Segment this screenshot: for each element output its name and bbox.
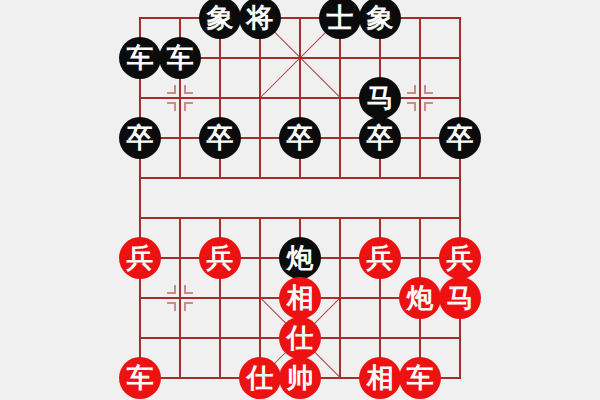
point-marker [424,102,433,111]
grid-line-vertical [419,17,421,179]
xiangqi-board: 象将士象车车马卒卒卒卒卒兵兵炮兵兵相炮马仕车仕帅相车 [0,0,600,400]
red-advisor[interactable]: 仕 [239,357,281,399]
grid-line-vertical [459,17,461,379]
point-marker [167,85,176,94]
point-marker [184,285,193,294]
black-chariot[interactable]: 车 [159,37,201,79]
black-soldier[interactable]: 卒 [199,117,241,159]
point-marker [167,285,176,294]
point-marker [167,302,176,311]
point-marker [167,102,176,111]
red-soldier[interactable]: 兵 [359,237,401,279]
black-soldier[interactable]: 卒 [119,117,161,159]
black-soldier[interactable]: 卒 [359,117,401,159]
black-chariot[interactable]: 车 [119,37,161,79]
red-horse[interactable]: 马 [439,277,481,319]
black-advisor[interactable]: 士 [319,0,361,39]
app-background: 象将士象车车马卒卒卒卒卒兵兵炮兵兵相炮马仕车仕帅相车 [0,0,600,400]
point-marker [184,85,193,94]
point-marker [184,102,193,111]
red-cannon[interactable]: 炮 [399,277,441,319]
black-elephant[interactable]: 象 [359,0,401,39]
black-soldier[interactable]: 卒 [279,117,321,159]
black-cannon[interactable]: 炮 [279,237,321,279]
black-soldier[interactable]: 卒 [439,117,481,159]
red-chariot[interactable]: 车 [399,357,441,399]
red-elephant[interactable]: 相 [359,357,401,399]
point-marker [424,85,433,94]
grid-line-vertical [179,217,181,379]
red-elephant[interactable]: 相 [279,277,321,319]
red-advisor[interactable]: 仕 [279,317,321,359]
red-soldier[interactable]: 兵 [119,237,161,279]
red-general[interactable]: 帅 [279,357,321,399]
red-chariot[interactable]: 车 [119,357,161,399]
red-soldier[interactable]: 兵 [439,237,481,279]
point-marker [407,85,416,94]
red-soldier[interactable]: 兵 [199,237,241,279]
black-horse[interactable]: 马 [359,77,401,119]
point-marker [407,102,416,111]
black-elephant[interactable]: 象 [199,0,241,39]
point-marker [184,302,193,311]
